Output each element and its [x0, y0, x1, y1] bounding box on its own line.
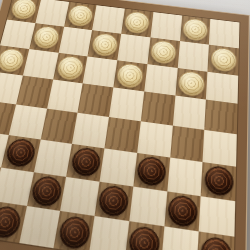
dark-checker[interactable] [167, 194, 199, 229]
square-r4c5[interactable] [109, 88, 144, 122]
square-r6c7[interactable] [167, 157, 203, 195]
square-r1c3[interactable] [64, 2, 97, 30]
square-r6c6[interactable] [133, 153, 170, 191]
dark-checker[interactable] [69, 146, 101, 178]
light-checker[interactable] [90, 32, 118, 57]
square-r1c7[interactable] [180, 16, 211, 45]
dark-checker[interactable] [29, 175, 63, 209]
square-r5c4[interactable] [72, 113, 109, 148]
square-r7c4[interactable] [60, 176, 99, 216]
light-checker[interactable] [210, 47, 237, 73]
square-r5c5[interactable] [104, 117, 140, 153]
dark-checker[interactable] [204, 165, 234, 198]
square-r6c8[interactable] [201, 162, 236, 201]
square-r1c4[interactable] [92, 5, 125, 33]
square-r2c6[interactable] [147, 37, 179, 67]
square-r7c6[interactable] [129, 186, 167, 227]
light-checker[interactable] [116, 62, 145, 89]
square-r2c3[interactable] [58, 26, 92, 56]
square-r1c5[interactable] [121, 9, 153, 38]
square-r4c7[interactable] [172, 96, 206, 130]
square-r3c5[interactable] [113, 60, 147, 92]
checkers-board [0, 0, 250, 250]
square-r4c8[interactable] [204, 100, 237, 134]
square-r3c6[interactable] [144, 64, 177, 96]
light-checker[interactable] [182, 18, 208, 43]
square-r6c5[interactable] [100, 148, 137, 186]
square-r5c7[interactable] [170, 126, 205, 162]
square-r5c8[interactable] [203, 130, 237, 167]
light-checker[interactable] [55, 55, 85, 82]
square-r3c8[interactable] [206, 71, 238, 104]
board-grid [0, 0, 239, 250]
light-checker[interactable] [0, 47, 26, 73]
square-r2c7[interactable] [177, 41, 209, 72]
light-checker[interactable] [10, 0, 39, 21]
square-r6c4[interactable] [66, 144, 104, 182]
dark-checker[interactable] [97, 184, 130, 218]
dark-checker[interactable] [200, 235, 232, 250]
square-r1c8[interactable] [209, 19, 239, 48]
square-r8c7[interactable] [161, 227, 199, 250]
square-r3c4[interactable] [83, 56, 118, 88]
dark-checker[interactable] [4, 137, 37, 168]
square-r4c4[interactable] [78, 84, 114, 117]
light-checker[interactable] [32, 25, 61, 50]
dark-checker[interactable] [136, 155, 167, 187]
light-checker[interactable] [150, 39, 178, 65]
square-r5c6[interactable] [137, 121, 172, 157]
dark-checker[interactable] [57, 214, 92, 250]
dark-checker[interactable] [128, 225, 161, 250]
square-r8c5[interactable] [89, 216, 129, 250]
photo-scene [0, 0, 250, 250]
square-r8c4[interactable] [54, 211, 95, 250]
light-checker[interactable] [177, 70, 205, 97]
square-r3c3[interactable] [53, 52, 88, 83]
square-r2c4[interactable] [88, 30, 121, 60]
square-r3c7[interactable] [175, 68, 208, 100]
square-r1c6[interactable] [150, 12, 181, 41]
square-r8c6[interactable] [125, 221, 164, 250]
square-r7c7[interactable] [164, 191, 201, 232]
square-r4c6[interactable] [141, 92, 175, 126]
square-r2c5[interactable] [117, 34, 150, 64]
light-checker[interactable] [66, 4, 94, 28]
light-checker[interactable] [124, 11, 151, 35]
square-r2c8[interactable] [208, 44, 239, 75]
square-r7c8[interactable] [199, 196, 235, 237]
square-r7c5[interactable] [94, 181, 133, 221]
